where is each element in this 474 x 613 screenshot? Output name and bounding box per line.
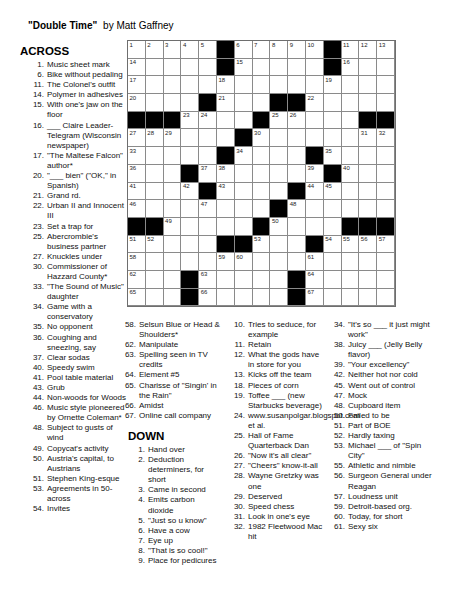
cell-r12c15[interactable]: 57 — [377, 236, 395, 254]
cell-r7c3[interactable] — [164, 147, 182, 165]
cell-number: 6 — [236, 42, 239, 48]
across-clue-37: 37.Clear sodas — [20, 353, 126, 363]
cell-r9c9[interactable] — [270, 183, 288, 201]
cell-r6c15[interactable]: 32 — [377, 129, 395, 147]
down-clue-57: 57.Loudness unit — [330, 492, 435, 502]
cell-r12c8[interactable]: 53 — [253, 236, 271, 254]
cell-r15c14[interactable] — [359, 289, 377, 307]
cell-r13c8[interactable] — [253, 253, 271, 271]
cell-r11c9[interactable]: 50 — [270, 218, 288, 236]
across-clue-25: 25.Abercrombie's business partner — [20, 232, 126, 252]
across-clue-65: 65.Charisse of "Singin' in the Rain" — [122, 381, 221, 401]
cell-r11c11[interactable] — [306, 218, 324, 236]
cell-r5c9[interactable]: 25 — [270, 112, 288, 130]
cell-r7c9[interactable] — [270, 147, 288, 165]
cell-r14c8[interactable] — [253, 271, 271, 289]
cell-r3c7[interactable] — [235, 76, 253, 94]
cell-r10c13[interactable] — [342, 200, 360, 218]
clue-text: "Just so u know" — [148, 516, 221, 526]
cell-r4c6[interactable]: 21 — [217, 94, 235, 112]
clue-number: 49. — [20, 444, 44, 454]
clue-text: Loudness unit — [348, 492, 435, 502]
cell-r8c10[interactable] — [288, 165, 306, 183]
across-clue-43: 43.Grub — [20, 383, 126, 393]
black-cell-r4c10 — [288, 94, 306, 112]
cell-r6c1[interactable]: 27 — [128, 129, 146, 147]
cell-r4c11[interactable]: 22 — [306, 94, 324, 112]
clue-text: Selsun Blue or Head & Shoulders* — [139, 320, 221, 340]
cell-number: 1 — [130, 42, 133, 48]
cell-r11c12[interactable] — [324, 218, 342, 236]
black-cell-r5c3 — [164, 112, 182, 130]
across-clue-40: 40.Speedy swim — [20, 363, 126, 373]
cell-r2c10[interactable] — [288, 59, 306, 77]
clue-number: 67. — [122, 411, 136, 421]
down-clue-30: 30.Speed chess — [228, 502, 327, 512]
across-clue-67: 67.Online call company — [122, 411, 221, 421]
clue-number: 53. — [20, 484, 44, 494]
cell-r4c12[interactable] — [324, 94, 342, 112]
cell-r5c5[interactable]: 24 — [199, 112, 217, 130]
cell-number: 31 — [361, 130, 368, 136]
cell-r13c6[interactable]: 59 — [217, 253, 235, 271]
cell-r9c3[interactable] — [164, 183, 182, 201]
cell-number: 50 — [272, 218, 279, 224]
clue-number: 53. — [330, 441, 345, 451]
cell-r3c10[interactable] — [288, 76, 306, 94]
clue-text: Have a cow — [148, 526, 221, 536]
black-cell-r9c10 — [288, 183, 306, 201]
cell-r14c7[interactable] — [235, 271, 253, 289]
cell-r6c14[interactable]: 31 — [359, 129, 377, 147]
clue-text: Speedy swim — [47, 363, 126, 373]
clue-text: Commissioner of Hazzard County* — [47, 262, 126, 282]
cell-r2c13[interactable]: 16 — [342, 59, 360, 77]
across-clue-62: 62.Manipulate — [122, 340, 221, 350]
cell-r12c4[interactable] — [181, 236, 199, 254]
cell-r12c10[interactable] — [288, 236, 306, 254]
clue-number: 8. — [131, 546, 145, 556]
cell-r3c11[interactable] — [306, 76, 324, 94]
cell-r9c8[interactable] — [253, 183, 271, 201]
cell-r14c3[interactable] — [164, 271, 182, 289]
cell-r3c5[interactable] — [199, 76, 217, 94]
cell-r5c10[interactable]: 26 — [288, 112, 306, 130]
cell-r4c7[interactable] — [235, 94, 253, 112]
cell-r12c14[interactable]: 56 — [359, 236, 377, 254]
clue-number: 26. — [228, 451, 245, 461]
cell-r10c15[interactable] — [377, 200, 395, 218]
cell-r1c3[interactable]: 3 — [164, 41, 182, 59]
cell-r14c15[interactable] — [377, 271, 395, 289]
clue-number: 1. — [20, 60, 44, 70]
cell-r15c6[interactable] — [217, 289, 235, 307]
clue-text: Game with a conservatory — [47, 302, 126, 322]
cell-r1c4[interactable]: 4 — [181, 41, 199, 59]
clue-number: 41. — [20, 373, 44, 383]
down-clue-3: 3.Came in second — [122, 485, 221, 495]
cell-r6c8[interactable]: 30 — [253, 129, 271, 147]
cell-r1c5[interactable]: 5 — [199, 41, 217, 59]
cell-r14c5[interactable]: 63 — [199, 271, 217, 289]
cell-number: 5 — [201, 42, 204, 48]
cell-r15c3[interactable] — [164, 289, 182, 307]
cell-r13c10[interactable] — [288, 253, 306, 271]
cell-number: 8 — [272, 42, 275, 48]
clue-text: Knuckles under — [47, 252, 126, 262]
clue-number: 60. — [330, 512, 345, 522]
cell-r7c12[interactable]: 35 — [324, 147, 342, 165]
cell-r14c11[interactable]: 64 — [306, 271, 324, 289]
across-clue-20: 20."___ bien" ("OK," in Spanish) — [20, 171, 126, 191]
cell-r4c8[interactable] — [253, 94, 271, 112]
cell-r6c9[interactable] — [270, 129, 288, 147]
cell-number: 18 — [218, 77, 225, 83]
cell-number: 27 — [130, 130, 137, 136]
down-heading: DOWN — [122, 430, 221, 443]
cell-r11c5[interactable] — [199, 218, 217, 236]
cell-r2c7[interactable]: 15 — [235, 59, 253, 77]
black-cell-r11c8 — [253, 218, 271, 236]
cell-r9c7[interactable] — [235, 183, 253, 201]
cell-r6c12[interactable] — [324, 129, 342, 147]
cell-r8c15[interactable] — [377, 165, 395, 183]
cell-r4c1[interactable]: 20 — [128, 94, 146, 112]
cell-r1c7[interactable]: 6 — [235, 41, 253, 59]
cell-r13c13[interactable] — [342, 253, 360, 271]
cell-r10c2[interactable] — [146, 200, 164, 218]
cell-r7c1[interactable]: 33 — [128, 147, 146, 165]
cell-r3c14[interactable] — [359, 76, 377, 94]
cell-r14c12[interactable] — [324, 271, 342, 289]
cell-r15c11[interactable]: 67 — [306, 289, 324, 307]
cell-r12c13[interactable]: 55 — [342, 236, 360, 254]
cell-number: 33 — [130, 148, 137, 154]
black-cell-r11c2 — [146, 218, 164, 236]
cell-r10c6[interactable] — [217, 200, 235, 218]
cell-r5c13[interactable] — [342, 112, 360, 130]
cell-r10c10[interactable]: 48 — [288, 200, 306, 218]
cell-number: 52 — [147, 236, 154, 242]
cell-r10c5[interactable]: 47 — [199, 200, 217, 218]
cell-r11c3[interactable]: 49 — [164, 218, 182, 236]
across-clue-54: 54.Invites — [20, 504, 126, 514]
cell-r9c13[interactable] — [342, 183, 360, 201]
cell-r5c11[interactable] — [306, 112, 324, 130]
cell-r1c11[interactable]: 10 — [306, 41, 324, 59]
cell-r12c1[interactable]: 51 — [128, 236, 146, 254]
cell-r9c11[interactable]: 44 — [306, 183, 324, 201]
down-clue-38: 38.Juicy ___ (Jelly Belly flavor) — [330, 340, 435, 360]
clue-number: 2. — [131, 455, 145, 465]
down-clue-26: 26."Now it's all clear" — [228, 451, 327, 461]
cell-r1c10[interactable]: 9 — [288, 41, 306, 59]
cell-r9c15[interactable] — [377, 183, 395, 201]
clue-number: 37. — [20, 353, 44, 363]
cell-r2c9[interactable] — [270, 59, 288, 77]
cell-r1c14[interactable]: 12 — [359, 41, 377, 59]
clue-number: 23. — [20, 222, 44, 232]
clue-number: 27. — [228, 461, 245, 471]
cell-r1c9[interactable]: 8 — [270, 41, 288, 59]
cell-r13c9[interactable] — [270, 253, 288, 271]
cell-r9c2[interactable] — [146, 183, 164, 201]
cell-r12c2[interactable]: 52 — [146, 236, 164, 254]
cell-r4c4[interactable] — [181, 94, 199, 112]
cell-r15c2[interactable] — [146, 289, 164, 307]
clue-number: 25. — [20, 232, 44, 242]
cell-r10c1[interactable]: 46 — [128, 200, 146, 218]
clue-text: What the gods have in store for you — [248, 350, 327, 370]
cell-r7c2[interactable] — [146, 147, 164, 165]
cell-r13c12[interactable] — [324, 253, 342, 271]
clue-text: Hardly taxing — [348, 431, 435, 441]
cell-r8c6[interactable]: 38 — [217, 165, 235, 183]
cell-r10c7[interactable] — [235, 200, 253, 218]
cell-r7c5[interactable] — [199, 147, 217, 165]
cell-r10c4[interactable] — [181, 200, 199, 218]
cell-r4c3[interactable] — [164, 94, 182, 112]
cell-r12c5[interactable] — [199, 236, 217, 254]
cell-r7c14[interactable] — [359, 147, 377, 165]
puzzle-title: "Double Time" — [28, 20, 97, 31]
across-clue-36: 36.Coughing and sneezing, say — [20, 333, 126, 353]
cell-r10c8[interactable] — [253, 200, 271, 218]
clue-text: Kicks off the team — [248, 370, 327, 380]
cell-r9c14[interactable] — [359, 183, 377, 201]
cell-r5c7[interactable] — [235, 112, 253, 130]
cell-r15c8[interactable] — [253, 289, 271, 307]
cell-r3c4[interactable] — [181, 76, 199, 94]
cell-r7c15[interactable] — [377, 147, 395, 165]
clue-text: Stephen King-esque — [47, 474, 126, 484]
clue-text: www.susanpolgar.blogspot.com et al. — [248, 411, 327, 431]
cell-number: 24 — [201, 112, 208, 118]
clue-text: Polymer in adhesives — [47, 90, 126, 100]
cell-r8c3[interactable] — [164, 165, 182, 183]
cell-r8c1[interactable]: 36 — [128, 165, 146, 183]
cell-r7c13[interactable] — [342, 147, 360, 165]
cell-r7c4[interactable] — [181, 147, 199, 165]
cell-r6c11[interactable] — [306, 129, 324, 147]
cell-r6c3[interactable]: 29 — [164, 129, 182, 147]
cell-r11c6[interactable] — [217, 218, 235, 236]
cell-r12c3[interactable] — [164, 236, 182, 254]
cell-number: 29 — [165, 130, 172, 136]
cell-r9c4[interactable]: 42 — [181, 183, 199, 201]
cell-r8c14[interactable] — [359, 165, 377, 183]
cell-number: 53 — [254, 236, 261, 242]
puzzle-header: "Double Time" by Matt Gaffney — [28, 20, 174, 31]
cell-r13c1[interactable]: 58 — [128, 253, 146, 271]
cell-r15c12[interactable] — [324, 289, 342, 307]
cell-r13c15[interactable] — [377, 253, 395, 271]
across-clue-22: 22.Urban II and Innocent III — [20, 201, 126, 221]
across-clue-51: 51.Stephen King-esque — [20, 474, 126, 484]
cell-r14c2[interactable] — [146, 271, 164, 289]
cell-number: 12 — [361, 42, 368, 48]
black-cell-r1c6 — [217, 41, 235, 59]
cell-r5c6[interactable] — [217, 112, 235, 130]
cell-r2c5[interactable] — [199, 59, 217, 77]
cell-number: 19 — [325, 77, 332, 83]
across-clue-46: 46.Music style pioneered by Ornette Cole… — [20, 403, 126, 423]
clue-text: Failed to be — [348, 411, 435, 421]
cell-r2c4[interactable] — [181, 59, 199, 77]
cell-r4c2[interactable] — [146, 94, 164, 112]
cell-r13c5[interactable] — [199, 253, 217, 271]
cell-number: 2 — [147, 42, 150, 48]
cell-r13c11[interactable]: 61 — [306, 253, 324, 271]
cell-r3c9[interactable] — [270, 76, 288, 94]
cell-r11c4[interactable] — [181, 218, 199, 236]
cell-r13c7[interactable]: 60 — [235, 253, 253, 271]
cell-r6c5[interactable] — [199, 129, 217, 147]
cell-r14c1[interactable]: 62 — [128, 271, 146, 289]
cell-r8c2[interactable] — [146, 165, 164, 183]
black-cell-r7c6 — [217, 147, 235, 165]
cell-r12c12[interactable]: 54 — [324, 236, 342, 254]
cell-r11c7[interactable] — [235, 218, 253, 236]
cell-r2c1[interactable]: 14 — [128, 59, 146, 77]
cell-r3c2[interactable] — [146, 76, 164, 94]
clue-number: 6. — [131, 526, 145, 536]
cell-r15c1[interactable]: 65 — [128, 289, 146, 307]
across-clue-34: 34.Game with a conservatory — [20, 302, 126, 322]
cell-r2c8[interactable] — [253, 59, 271, 77]
cell-r8c9[interactable] — [270, 165, 288, 183]
cell-r1c15[interactable]: 13 — [377, 41, 395, 59]
cell-r13c3[interactable] — [164, 253, 182, 271]
cell-r15c13[interactable] — [342, 289, 360, 307]
cell-r3c15[interactable] — [377, 76, 395, 94]
clue-text: Detroit-based org. — [348, 502, 435, 512]
clue-column-down-1: 10.Tries to seduce, for example11.Retain… — [228, 320, 327, 542]
clue-text: Surgeon General under Reagan — [348, 471, 435, 491]
cell-r3c6[interactable]: 18 — [217, 76, 235, 94]
clue-text: Wayne Gretzky was one — [248, 471, 327, 491]
cell-r2c11[interactable] — [306, 59, 324, 77]
cell-r6c10[interactable] — [288, 129, 306, 147]
cell-r14c13[interactable] — [342, 271, 360, 289]
cell-number: 62 — [130, 271, 137, 277]
clue-text: Hall of Fame Quarterback Dan — [248, 431, 327, 451]
clue-number: 24. — [228, 411, 245, 421]
cell-r14c14[interactable] — [359, 271, 377, 289]
cell-r5c12[interactable] — [324, 112, 342, 130]
black-cell-r10c9 — [270, 200, 288, 218]
cell-r1c2[interactable]: 2 — [146, 41, 164, 59]
cell-number: 30 — [254, 130, 261, 136]
clue-text: Went out of control — [348, 381, 435, 391]
cell-r9c12[interactable]: 45 — [324, 183, 342, 201]
cell-r14c6[interactable] — [217, 271, 235, 289]
clue-text: Eye up — [148, 536, 221, 546]
cell-r2c15[interactable] — [377, 59, 395, 77]
cell-r10c14[interactable] — [359, 200, 377, 218]
black-cell-r2c12 — [324, 59, 342, 77]
cell-r1c13[interactable]: 11 — [342, 41, 360, 59]
cell-r1c8[interactable]: 7 — [253, 41, 271, 59]
cell-r6c6[interactable] — [217, 129, 235, 147]
cell-r9c1[interactable]: 41 — [128, 183, 146, 201]
cell-r15c9[interactable] — [270, 289, 288, 307]
cell-r12c9[interactable] — [270, 236, 288, 254]
cell-r4c14[interactable] — [359, 94, 377, 112]
clue-number: 19. — [228, 391, 245, 401]
clue-text: Amidst — [139, 401, 221, 411]
cell-r8c11[interactable]: 39 — [306, 165, 324, 183]
cell-r3c12[interactable]: 19 — [324, 76, 342, 94]
clue-text: With one's jaw on the floor — [47, 100, 126, 120]
clue-column-middle: 58.Selsun Blue or Head & Shoulders*62.Ma… — [122, 320, 221, 566]
cell-r10c3[interactable] — [164, 200, 182, 218]
down-clue-1: 1.Hand over — [122, 445, 221, 455]
cell-r6c13[interactable] — [342, 129, 360, 147]
cell-r15c7[interactable] — [235, 289, 253, 307]
cell-r4c13[interactable] — [342, 94, 360, 112]
clue-number: 38. — [330, 340, 345, 350]
cell-r6c2[interactable]: 28 — [146, 129, 164, 147]
cell-r2c2[interactable] — [146, 59, 164, 77]
down-clue-27: 27."Cheers" know-it-all — [228, 461, 327, 471]
cell-r3c8[interactable] — [253, 76, 271, 94]
cell-r1c1[interactable]: 1 — [128, 41, 146, 59]
cell-r9c6[interactable]: 43 — [217, 183, 235, 201]
cell-r14c9[interactable] — [270, 271, 288, 289]
cell-r7c10[interactable] — [288, 147, 306, 165]
black-cell-r15c10 — [288, 289, 306, 307]
clue-text: Retain — [248, 340, 327, 350]
clue-number: 44. — [20, 393, 44, 403]
cell-r13c4[interactable] — [181, 253, 199, 271]
across-clue-44: 44.Non-woods for Woods — [20, 393, 126, 403]
cell-r2c14[interactable] — [359, 59, 377, 77]
cell-number: 28 — [147, 130, 154, 136]
down-clue-47: 47.Mock — [330, 391, 435, 401]
cell-r7c7[interactable]: 34 — [235, 147, 253, 165]
cell-number: 55 — [343, 236, 350, 242]
cell-r8c13[interactable]: 40 — [342, 165, 360, 183]
cell-r7c8[interactable] — [253, 147, 271, 165]
cell-r3c1[interactable]: 17 — [128, 76, 146, 94]
cell-r10c11[interactable] — [306, 200, 324, 218]
clue-text: Coughing and sneezing, say — [47, 333, 126, 353]
cell-r8c5[interactable]: 37 — [199, 165, 217, 183]
cell-r3c13[interactable] — [342, 76, 360, 94]
clue-text: Came in second — [148, 485, 221, 495]
cell-r5c4[interactable]: 23 — [181, 112, 199, 130]
crossword-puzzle-page: "Double Time" by Matt Gaffney 1234567891… — [0, 0, 474, 613]
cell-r11c10[interactable] — [288, 218, 306, 236]
cell-r13c2[interactable] — [146, 253, 164, 271]
clue-number: 16. — [20, 121, 44, 131]
cell-r4c15[interactable] — [377, 94, 395, 112]
cell-r2c3[interactable] — [164, 59, 182, 77]
cell-r15c15[interactable] — [377, 289, 395, 307]
cell-r6c4[interactable] — [181, 129, 199, 147]
cell-r3c3[interactable] — [164, 76, 182, 94]
clue-number: 11. — [20, 80, 44, 90]
cell-number: 65 — [130, 289, 137, 295]
clue-text: Look in one's eye — [248, 512, 327, 522]
cell-r13c14[interactable] — [359, 253, 377, 271]
cell-r8c7[interactable] — [235, 165, 253, 183]
cell-number: 9 — [290, 42, 293, 48]
cell-r10c12[interactable] — [324, 200, 342, 218]
cell-r15c5[interactable]: 66 — [199, 289, 217, 307]
cell-r8c8[interactable] — [253, 165, 271, 183]
